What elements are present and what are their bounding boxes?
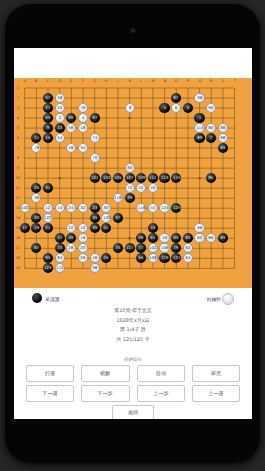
go-stone-black-83[interactable]: 83 — [183, 233, 193, 243]
move-number: 18 — [80, 126, 85, 130]
move-number: 89 — [197, 136, 202, 140]
go-stone-white-114[interactable]: 114 — [194, 123, 204, 133]
move-number: 32 — [80, 206, 85, 210]
move-number: 26 — [80, 256, 85, 260]
move-number: 73 — [57, 246, 62, 250]
move-number: 55 — [139, 256, 144, 260]
game-date: 1928年x月x日 — [35, 316, 230, 324]
stones-layer: 1234567891011121314151617181920212223242… — [19, 83, 240, 273]
go-stone-black-119[interactable]: 119 — [159, 253, 169, 263]
control-button-label: 上一步 — [153, 390, 168, 398]
go-stone-black-57[interactable]: 57 — [43, 93, 53, 103]
move-number: 1 — [198, 116, 201, 120]
go-stone-white-76[interactable]: 76 — [78, 103, 88, 113]
go-stone-black-113[interactable]: 113 — [159, 173, 169, 183]
move-number: 29 — [127, 196, 132, 200]
move-number: 119 — [161, 256, 169, 260]
move-number: 37 — [115, 216, 120, 220]
move-number: 35 — [92, 216, 97, 220]
go-stone-black-99[interactable]: 99 — [66, 113, 76, 123]
back-row: 返回 — [14, 405, 252, 419]
go-stone-white-36[interactable]: 36 — [31, 193, 41, 203]
move-number: 74 — [92, 136, 97, 140]
move-number: 95 — [45, 256, 50, 260]
go-stone-white-96[interactable]: 96 — [194, 93, 204, 103]
move-number: 79 — [174, 246, 179, 250]
go-stone-black-67[interactable]: 67 — [31, 243, 41, 253]
move-number: 42 — [139, 186, 144, 190]
move-number: 46 — [92, 256, 97, 260]
move-number: 98 — [92, 266, 97, 270]
go-stone-white-120[interactable]: 120 — [101, 213, 111, 223]
go-stone-black-111[interactable]: 111 — [148, 173, 158, 183]
move-number: 85 — [209, 176, 214, 180]
back-button[interactable]: 返回 — [112, 405, 154, 419]
go-board[interactable]: ABCDEFGHJKLMNOPQRST123456789101112131415… — [14, 78, 252, 288]
go-stone-white-50[interactable]: 50 — [159, 233, 169, 243]
go-stone-white-108[interactable]: 108 — [148, 253, 158, 263]
go-stone-black-89[interactable]: 89 — [194, 133, 204, 143]
move-number: 125 — [172, 206, 180, 210]
players-row: 吴清源 刘棣怀 — [14, 292, 252, 304]
move-number: 121 — [172, 256, 180, 260]
go-stone-black-85[interactable]: 85 — [206, 173, 216, 183]
go-stone-white-24[interactable]: 24 — [66, 203, 76, 213]
go-stone-black-101[interactable]: 101 — [90, 173, 100, 183]
move-number: 105 — [114, 176, 122, 180]
move-number: 58 — [57, 96, 62, 100]
go-stone-white-12[interactable]: 12 — [43, 203, 53, 213]
move-number: 23 — [92, 206, 97, 210]
go-stone-black-125[interactable]: 125 — [171, 203, 181, 213]
move-number: 3 — [187, 106, 190, 110]
go-stone-black-61[interactable]: 61 — [148, 233, 158, 243]
move-number: 43 — [150, 226, 155, 230]
go-stone-white-80[interactable]: 80 — [206, 123, 216, 133]
go-stone-white-30[interactable]: 30 — [101, 203, 111, 213]
move-number: 53 — [45, 116, 50, 120]
move-number: 102 — [149, 246, 157, 250]
go-stone-black-3[interactable]: 3 — [183, 103, 193, 113]
move-number: 80 — [209, 126, 214, 130]
go-stone-white-66[interactable]: 66 — [194, 223, 204, 233]
move-number: 31 — [45, 186, 50, 190]
go-stone-black-77[interactable]: 77 — [136, 243, 146, 253]
control-button-label: 打谱 — [45, 370, 55, 378]
go-stone-black-107[interactable]: 107 — [125, 173, 135, 183]
move-number: 69 — [220, 146, 225, 150]
move-number: 60 — [127, 166, 132, 170]
go-stone-white-100[interactable]: 100 — [20, 203, 30, 213]
move-number: 11 — [34, 136, 39, 140]
go-stone-white-112[interactable]: 112 — [55, 263, 65, 273]
move-number: 100 — [21, 206, 29, 210]
move-number: 86 — [209, 236, 214, 240]
control-button-row2-2[interactable]: 下一步 — [81, 385, 129, 402]
control-button-row1-4[interactable]: 研究 — [192, 365, 240, 382]
move-number: 62 — [185, 246, 190, 250]
go-stone-black-75[interactable]: 75 — [113, 243, 123, 253]
go-stone-black-13[interactable]: 13 — [55, 123, 65, 133]
page-background: ABCDEFGHJKLMNOPQRST123456789101112131415… — [0, 0, 265, 471]
control-button-label: 研究 — [211, 370, 221, 378]
move-number: 16 — [80, 236, 85, 240]
go-stone-white-64[interactable]: 64 — [183, 253, 193, 263]
move-number: 77 — [139, 246, 144, 250]
go-stone-black-123[interactable]: 123 — [43, 263, 53, 273]
move-number: 117 — [126, 246, 134, 250]
move-number: 10 — [80, 226, 85, 230]
move-number: 120 — [103, 216, 111, 220]
move-number: 66 — [197, 226, 202, 230]
move-number: 83 — [185, 236, 190, 240]
controls-row-2: 下一谱下一步上一步上一谱 — [14, 385, 252, 402]
go-stone-black-69[interactable]: 69 — [218, 143, 228, 153]
go-stone-white-58[interactable]: 58 — [55, 93, 65, 103]
control-button-label: 棋解 — [100, 370, 110, 378]
move-number: 115 — [172, 176, 180, 180]
move-number: 118 — [114, 196, 122, 200]
go-stone-white-8[interactable]: 8 — [125, 103, 135, 113]
move-number: 63 — [174, 236, 179, 240]
move-number: 72 — [127, 186, 132, 190]
move-number: 49 — [69, 236, 74, 240]
control-button-row2-4[interactable]: 上一谱 — [192, 385, 240, 402]
move-number: 39 — [92, 226, 97, 230]
go-stone-white-106[interactable]: 106 — [159, 243, 169, 253]
go-stone-black-45[interactable]: 45 — [101, 253, 111, 263]
move-number: 57 — [45, 96, 50, 100]
move-number: 64 — [185, 256, 190, 260]
move-number: 21 — [45, 226, 50, 230]
go-stone-white-26[interactable]: 26 — [78, 253, 88, 263]
move-number: 75 — [115, 246, 120, 250]
move-number: 101 — [91, 176, 99, 180]
move-number: 14 — [57, 206, 62, 210]
go-stone-black-53[interactable]: 53 — [43, 113, 53, 123]
move-number: 48 — [69, 146, 74, 150]
game-info: 第10局·弈于北京 1928年x月x日 黑 1/4子 胜 共 125/125 手 — [14, 306, 252, 344]
go-stone-white-68[interactable]: 68 — [218, 133, 228, 143]
go-stone-black-43[interactable]: 43 — [148, 223, 158, 233]
move-number: 90 — [209, 106, 214, 110]
go-stone-white-22[interactable]: 22 — [66, 223, 76, 233]
go-stone-white-40[interactable]: 40 — [148, 183, 158, 193]
move-number: 107 — [126, 176, 134, 180]
go-stone-white-84[interactable]: 84 — [55, 253, 65, 263]
go-stone-black-7[interactable]: 7 — [206, 133, 216, 143]
move-number: 47 — [57, 236, 62, 240]
go-stone-black-15[interactable]: 15 — [43, 133, 53, 143]
move-number: 5 — [163, 106, 166, 110]
go-stone-white-102[interactable]: 102 — [148, 243, 158, 253]
move-number: 8 — [128, 106, 131, 110]
move-number: 123 — [44, 266, 52, 270]
front-camera-icon — [130, 28, 135, 33]
go-stone-black-121[interactable]: 121 — [171, 253, 181, 263]
go-stone-black-9[interactable]: 9 — [43, 123, 53, 133]
move-number: 103 — [103, 176, 111, 180]
go-stone-white-98[interactable]: 98 — [90, 263, 100, 273]
go-stone-black-31[interactable]: 31 — [43, 183, 53, 193]
go-stone-black-39[interactable]: 39 — [90, 223, 100, 233]
move-number: 24 — [69, 206, 74, 210]
go-stone-white-42[interactable]: 42 — [136, 183, 146, 193]
control-button-row1-2[interactable]: 棋解 — [81, 365, 129, 382]
go-stone-black-17[interactable]: 17 — [20, 223, 30, 233]
move-number: 108 — [149, 256, 157, 260]
move-number: 45 — [104, 256, 109, 260]
move-number: 124 — [161, 206, 169, 210]
go-stone-white-18[interactable]: 18 — [78, 123, 88, 133]
go-stone-white-122[interactable]: 122 — [43, 213, 53, 223]
status-bar — [14, 48, 252, 78]
control-button-label: 下一步 — [98, 390, 113, 398]
go-stone-black-95[interactable]: 95 — [43, 253, 53, 263]
move-number: 88 — [220, 126, 225, 130]
go-stone-white-74[interactable]: 74 — [90, 133, 100, 143]
move-number: 12 — [45, 206, 50, 210]
go-stone-white-90[interactable]: 90 — [206, 103, 216, 113]
go-stone-black-115[interactable]: 115 — [171, 173, 181, 183]
move-number: 84 — [57, 256, 62, 260]
go-stone-black-23[interactable]: 23 — [90, 203, 100, 213]
move-number: 114 — [196, 126, 204, 130]
go-stone-black-79[interactable]: 79 — [171, 243, 181, 253]
go-stone-black-55[interactable]: 55 — [136, 253, 146, 263]
move-number: 9 — [47, 126, 50, 130]
go-stone-white-28[interactable]: 28 — [66, 243, 76, 253]
go-stone-black-11[interactable]: 11 — [31, 133, 41, 143]
go-stone-black-41[interactable]: 41 — [101, 223, 111, 233]
go-stone-black-1[interactable]: 1 — [194, 113, 204, 123]
go-stone-white-70[interactable]: 70 — [90, 153, 100, 163]
move-number: 4 — [82, 116, 85, 120]
go-stone-white-48[interactable]: 48 — [66, 143, 76, 153]
go-stone-black-19[interactable]: 19 — [31, 223, 41, 233]
move-number: 2 — [58, 116, 61, 120]
go-stone-black-33[interactable]: 33 — [31, 213, 41, 223]
move-number: 52 — [57, 106, 62, 110]
move-number: 78 — [34, 146, 39, 150]
move-number: 36 — [34, 196, 39, 200]
go-stone-white-20[interactable]: 20 — [78, 243, 88, 253]
go-stone-black-109[interactable]: 109 — [136, 173, 146, 183]
go-stone-white-116[interactable]: 116 — [136, 203, 146, 213]
control-button-label: 上一谱 — [208, 390, 223, 398]
move-number: 22 — [69, 226, 74, 230]
go-stone-black-117[interactable]: 117 — [125, 243, 135, 253]
info-panel: 吴清源 刘棣怀 第10局·弈于北京 1928年x月x日 黑 1/4子 胜 共 1… — [14, 288, 252, 419]
move-number: 28 — [69, 246, 74, 250]
controls-label: 棋谱操作 — [44, 356, 223, 363]
move-number: 17 — [22, 226, 27, 230]
go-stone-black-29[interactable]: 29 — [125, 193, 135, 203]
go-stone-black-97[interactable]: 97 — [90, 113, 100, 123]
go-stone-black-35[interactable]: 35 — [90, 213, 100, 223]
move-number: 68 — [220, 136, 225, 140]
move-number: 33 — [34, 216, 39, 220]
go-stone-white-34[interactable]: 34 — [78, 143, 88, 153]
move-number: 34 — [80, 146, 85, 150]
move-number: 30 — [104, 206, 109, 210]
go-stone-black-103[interactable]: 103 — [101, 173, 111, 183]
go-stone-white-124[interactable]: 124 — [159, 203, 169, 213]
go-stone-black-87[interactable]: 87 — [171, 93, 181, 103]
move-number: 40 — [150, 186, 155, 190]
white-player-name: 刘棣怀 — [207, 296, 221, 302]
go-stone-white-44[interactable]: 44 — [148, 203, 158, 213]
control-button-row2-1[interactable]: 下一谱 — [26, 385, 74, 402]
go-stone-black-59[interactable]: 59 — [136, 233, 146, 243]
go-stone-white-52[interactable]: 52 — [55, 103, 65, 113]
go-stone-black-65[interactable]: 65 — [218, 233, 228, 243]
move-number: 112 — [56, 266, 64, 270]
go-stone-white-88[interactable]: 88 — [218, 123, 228, 133]
move-number: 59 — [139, 236, 144, 240]
control-button-row1-3[interactable]: 自动 — [137, 365, 185, 382]
move-number: 44 — [150, 206, 155, 210]
move-number: 106 — [161, 246, 169, 250]
move-number: 41 — [104, 226, 109, 230]
go-stone-black-47[interactable]: 47 — [55, 233, 65, 243]
control-button-label: 下一谱 — [42, 390, 57, 398]
move-number: 6 — [175, 106, 178, 110]
go-stone-white-2[interactable]: 2 — [55, 113, 65, 123]
move-number: 65 — [220, 236, 225, 240]
move-number: 27 — [45, 106, 50, 110]
go-stone-black-37[interactable]: 37 — [113, 213, 123, 223]
control-button-label: 自动 — [156, 370, 166, 378]
go-stone-black-25[interactable]: 25 — [31, 183, 41, 193]
go-stone-white-86[interactable]: 86 — [206, 233, 216, 243]
move-number: 13 — [57, 126, 62, 130]
move-number: 25 — [34, 186, 39, 190]
move-number: 82 — [197, 236, 202, 240]
go-stone-black-5[interactable]: 5 — [159, 103, 169, 113]
move-number: 19 — [34, 226, 39, 230]
move-number: 87 — [174, 96, 179, 100]
move-number: 70 — [92, 156, 97, 160]
go-stone-white-78[interactable]: 78 — [31, 143, 41, 153]
go-stone-white-10[interactable]: 10 — [78, 223, 88, 233]
app-screen: ABCDEFGHJKLMNOPQRST123456789101112131415… — [14, 48, 252, 419]
go-stone-white-118[interactable]: 118 — [113, 193, 123, 203]
move-number: 116 — [137, 206, 145, 210]
go-stone-white-62[interactable]: 62 — [183, 243, 193, 253]
go-stone-white-46[interactable]: 46 — [90, 253, 100, 263]
go-stone-white-82[interactable]: 82 — [194, 233, 204, 243]
move-number: 96 — [197, 96, 202, 100]
go-stone-white-14[interactable]: 14 — [55, 203, 65, 213]
go-stone-black-21[interactable]: 21 — [43, 223, 53, 233]
move-number: 50 — [162, 236, 167, 240]
go-stone-white-72[interactable]: 72 — [125, 183, 135, 193]
go-stone-white-4[interactable]: 4 — [78, 113, 88, 123]
move-number: 20 — [80, 246, 85, 250]
move-number: 113 — [161, 176, 169, 180]
move-number: 67 — [34, 246, 39, 250]
go-stone-white-56[interactable]: 56 — [66, 123, 76, 133]
move-counter: 共 125/125 手 — [35, 335, 230, 343]
move-number: 122 — [44, 216, 52, 220]
controls-row-1: 打谱棋解自动研究 — [14, 365, 252, 382]
go-stone-white-32[interactable]: 32 — [78, 203, 88, 213]
game-title: 第10局·弈于北京 — [35, 306, 230, 314]
move-number: 54 — [57, 136, 62, 140]
go-stone-black-73[interactable]: 73 — [55, 243, 65, 253]
move-number: 15 — [45, 136, 50, 140]
go-stone-black-49[interactable]: 49 — [66, 233, 76, 243]
move-number: 7 — [210, 136, 213, 140]
go-stone-white-60[interactable]: 60 — [125, 163, 135, 173]
go-stone-black-63[interactable]: 63 — [171, 233, 181, 243]
move-number: 111 — [149, 176, 157, 180]
move-number: 61 — [150, 236, 155, 240]
white-stone-icon — [222, 293, 234, 305]
black-stone-icon — [32, 293, 42, 303]
move-number: 56 — [69, 126, 74, 130]
go-stone-black-105[interactable]: 105 — [113, 173, 123, 183]
move-number: 109 — [137, 176, 145, 180]
move-number: 97 — [92, 116, 97, 120]
go-stone-white-16[interactable]: 16 — [78, 233, 88, 243]
game-result: 黑 1/4子 胜 — [35, 325, 230, 333]
control-button-row2-3[interactable]: 上一步 — [137, 385, 185, 402]
control-button-row1-1[interactable]: 打谱 — [26, 365, 74, 382]
go-stone-white-6[interactable]: 6 — [171, 103, 181, 113]
move-number: 76 — [80, 106, 85, 110]
go-stone-black-27[interactable]: 27 — [43, 103, 53, 113]
go-stone-white-54[interactable]: 54 — [55, 133, 65, 143]
black-player-name: 吴清源 — [45, 296, 59, 302]
move-number: 99 — [69, 116, 74, 120]
